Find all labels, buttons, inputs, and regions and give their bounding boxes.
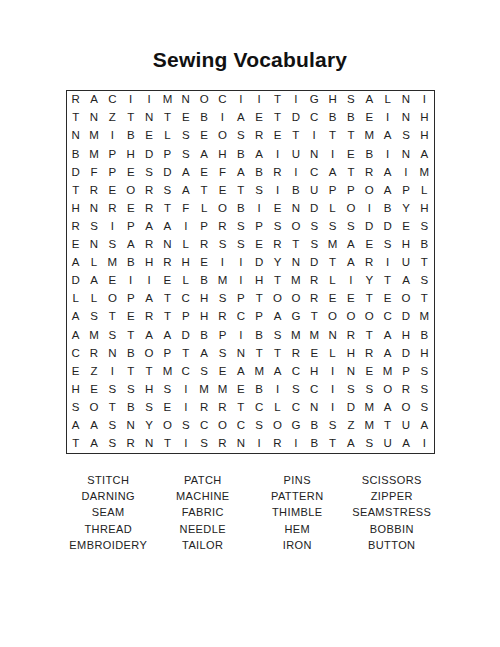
grid-cell-r5c4: E	[122, 163, 140, 181]
grid-cell-r6c5: R	[140, 182, 158, 200]
grid-cell-r19c4: N	[122, 417, 140, 435]
grid-cell-r1c16: S	[342, 91, 360, 109]
grid-cell-r10c2: L	[85, 254, 103, 272]
grid-cell-r1c19: N	[397, 91, 415, 109]
grid-cell-r8c10: S	[232, 218, 250, 236]
grid-cell-r14c3: S	[103, 326, 121, 344]
grid-cell-r18c8: R	[195, 399, 213, 417]
grid-cell-r13c20: M	[415, 308, 433, 326]
grid-cell-r9c1: E	[67, 236, 85, 254]
grid-cell-r1c7: N	[177, 91, 195, 109]
grid-cell-r18c5: S	[140, 399, 158, 417]
grid-cell-r18c16: D	[342, 399, 360, 417]
grid-cell-r19c7: S	[177, 417, 195, 435]
grid-cell-r16c1: E	[67, 363, 85, 381]
grid-cell-r6c14: U	[305, 182, 323, 200]
grid-cell-r17c5: H	[140, 381, 158, 399]
grid-cell-r3c14: I	[305, 127, 323, 145]
grid-cell-r2c14: C	[305, 109, 323, 127]
grid-cell-r14c19: H	[397, 326, 415, 344]
grid-cell-r9c4: A	[122, 236, 140, 254]
grid-cell-r10c13: N	[287, 254, 305, 272]
grid-cell-r15c10: N	[232, 344, 250, 362]
grid-cell-r2c8: B	[195, 109, 213, 127]
grid-cell-r12c4: P	[122, 290, 140, 308]
word-list-item-c3r3: THIMBLE	[250, 506, 345, 518]
grid-cell-r2c16: B	[342, 109, 360, 127]
grid-cell-r9c16: A	[342, 236, 360, 254]
grid-cell-r8c9: R	[213, 218, 231, 236]
grid-cell-r5c1: D	[67, 163, 85, 181]
grid-cell-r2c13: D	[287, 109, 305, 127]
grid-cell-r1c18: L	[378, 91, 396, 109]
grid-cell-r1c11: I	[250, 91, 268, 109]
grid-cell-r8c20: S	[415, 218, 433, 236]
grid-cell-r13c14: T	[305, 308, 323, 326]
grid-cell-r1c10: I	[232, 91, 250, 109]
grid-cell-r10c9: I	[213, 254, 231, 272]
grid-cell-r18c11: C	[250, 399, 268, 417]
word-list-item-c3r2: PATTERN	[250, 490, 345, 502]
grid-cell-r10c15: T	[323, 254, 341, 272]
grid-cell-r9c5: R	[140, 236, 158, 254]
grid-cell-r18c3: T	[103, 399, 121, 417]
grid-cell-r3c4: B	[122, 127, 140, 145]
grid-cell-r4c15: I	[323, 145, 341, 163]
grid-cell-r10c5: H	[140, 254, 158, 272]
grid-cell-r11c18: T	[378, 272, 396, 290]
grid-cell-r11c12: T	[268, 272, 286, 290]
word-search-grid: RACIIMNOCIITIGHSALNITNZTNTEBIAETDCBBEINH…	[66, 90, 435, 454]
grid-cell-r4c7: S	[177, 145, 195, 163]
grid-cell-r3c17: M	[360, 127, 378, 145]
grid-cell-r19c10: C	[232, 417, 250, 435]
grid-cell-r20c13: I	[287, 435, 305, 453]
grid-cell-r16c13: C	[287, 363, 305, 381]
grid-cell-r17c20: S	[415, 381, 433, 399]
grid-cell-r13c17: O	[360, 308, 378, 326]
grid-cell-r15c14: E	[305, 344, 323, 362]
grid-cell-r13c4: E	[122, 308, 140, 326]
grid-cell-r14c14: M	[305, 326, 323, 344]
grid-cell-r1c9: C	[213, 91, 231, 109]
grid-cell-r15c1: C	[67, 344, 85, 362]
grid-cell-r14c15: N	[323, 326, 341, 344]
grid-cell-r12c16: E	[342, 290, 360, 308]
grid-cell-r15c6: P	[158, 344, 176, 362]
grid-cell-r14c8: B	[195, 326, 213, 344]
grid-cell-r5c13: I	[287, 163, 305, 181]
grid-cell-r17c4: S	[122, 381, 140, 399]
grid-cell-r12c2: L	[85, 290, 103, 308]
grid-cell-r17c12: I	[268, 381, 286, 399]
grid-cell-r9c8: R	[195, 236, 213, 254]
grid-cell-r2c15: B	[323, 109, 341, 127]
grid-cell-r9c20: B	[415, 236, 433, 254]
grid-cell-r12c5: A	[140, 290, 158, 308]
word-list-item-c3r1: PINS	[250, 474, 345, 486]
grid-cell-r6c4: O	[122, 182, 140, 200]
grid-cell-r7c9: O	[213, 200, 231, 218]
grid-cell-r5c14: C	[305, 163, 323, 181]
grid-cell-r19c6: O	[158, 417, 176, 435]
grid-cell-r20c8: S	[195, 435, 213, 453]
word-list-item-c4r5: BUTTON	[345, 539, 440, 551]
puzzle-page: Sewing Vocabulary RACIIMNOCIITIGHSALNITN…	[0, 0, 500, 647]
grid-cell-r20c16: A	[342, 435, 360, 453]
grid-cell-r8c13: O	[287, 218, 305, 236]
grid-cell-r7c4: E	[122, 200, 140, 218]
grid-cell-r19c11: S	[250, 417, 268, 435]
grid-cell-r15c3: N	[103, 344, 121, 362]
grid-cell-r14c4: T	[122, 326, 140, 344]
word-list-item-c1r5: EMBROIDERY	[61, 539, 156, 551]
grid-cell-r9c7: L	[177, 236, 195, 254]
grid-cell-r8c8: P	[195, 218, 213, 236]
grid-cell-r13c18: C	[378, 308, 396, 326]
grid-cell-r6c12: I	[268, 182, 286, 200]
grid-cell-r2c20: H	[415, 109, 433, 127]
grid-cell-r11c10: I	[232, 272, 250, 290]
grid-cell-r4c9: H	[213, 145, 231, 163]
grid-cell-r11c4: I	[122, 272, 140, 290]
grid-cell-r2c2: N	[85, 109, 103, 127]
grid-cell-r7c16: O	[342, 200, 360, 218]
grid-cell-r1c2: A	[85, 91, 103, 109]
grid-cell-r13c2: S	[85, 308, 103, 326]
grid-cell-r20c1: T	[67, 435, 85, 453]
grid-cell-r19c9: O	[213, 417, 231, 435]
grid-cell-r12c10: P	[232, 290, 250, 308]
grid-cell-r6c20: L	[415, 182, 433, 200]
grid-cell-r9c17: E	[360, 236, 378, 254]
grid-cell-r14c1: A	[67, 326, 85, 344]
grid-cell-r16c4: T	[122, 363, 140, 381]
grid-cell-r9c14: S	[305, 236, 323, 254]
grid-cell-r7c3: R	[103, 200, 121, 218]
grid-cell-r14c13: M	[287, 326, 305, 344]
grid-cell-r12c9: S	[213, 290, 231, 308]
grid-cell-r14c9: P	[213, 326, 231, 344]
grid-cell-r17c13: S	[287, 381, 305, 399]
grid-cell-r17c14: C	[305, 381, 323, 399]
grid-cell-r5c17: R	[360, 163, 378, 181]
grid-cell-r7c7: F	[177, 200, 195, 218]
grid-cell-r11c20: S	[415, 272, 433, 290]
grid-cell-r8c16: S	[342, 218, 360, 236]
grid-cell-r5c15: A	[323, 163, 341, 181]
grid-cell-r18c12: L	[268, 399, 286, 417]
grid-cell-r20c15: T	[323, 435, 341, 453]
grid-cell-r10c18: I	[378, 254, 396, 272]
word-list-item-c1r4: THREAD	[61, 523, 156, 535]
grid-cell-r4c17: B	[360, 145, 378, 163]
grid-cell-r8c4: P	[122, 218, 140, 236]
word-list-item-c1r3: SEAM	[61, 506, 156, 518]
grid-cell-r19c3: S	[103, 417, 121, 435]
grid-cell-r14c10: I	[232, 326, 250, 344]
grid-cell-r17c1: H	[67, 381, 85, 399]
grid-cell-r8c7: I	[177, 218, 195, 236]
grid-cell-r9c12: R	[268, 236, 286, 254]
grid-cell-r17c3: S	[103, 381, 121, 399]
grid-cell-r4c11: A	[250, 145, 268, 163]
grid-cell-r3c9: O	[213, 127, 231, 145]
grid-cell-r1c15: H	[323, 91, 341, 109]
grid-cell-r13c9: R	[213, 308, 231, 326]
grid-cell-r5c11: B	[250, 163, 268, 181]
grid-cell-r8c1: R	[67, 218, 85, 236]
grid-cell-r15c12: T	[268, 344, 286, 362]
grid-cell-r3c18: A	[378, 127, 396, 145]
grid-cell-r6c18: A	[378, 182, 396, 200]
word-list-item-c2r5: TAILOR	[156, 539, 251, 551]
grid-cell-r16c9: E	[213, 363, 231, 381]
word-list-item-c1r1: STITCH	[61, 474, 156, 486]
grid-cell-r5c10: A	[232, 163, 250, 181]
grid-cell-r16c19: P	[397, 363, 415, 381]
grid-cell-r7c14: D	[305, 200, 323, 218]
grid-cell-r12c1: L	[67, 290, 85, 308]
grid-cell-r7c1: H	[67, 200, 85, 218]
grid-cell-r17c2: E	[85, 381, 103, 399]
grid-cell-r2c7: E	[177, 109, 195, 127]
grid-cell-r19c12: O	[268, 417, 286, 435]
grid-cell-r6c8: T	[195, 182, 213, 200]
grid-cell-r1c1: R	[67, 91, 85, 109]
grid-cell-r6c9: E	[213, 182, 231, 200]
word-list-item-c2r4: NEEDLE	[156, 523, 251, 535]
grid-cell-r15c5: O	[140, 344, 158, 362]
grid-cell-r8c12: S	[268, 218, 286, 236]
grid-cell-r10c1: A	[67, 254, 85, 272]
grid-cell-r3c6: L	[158, 127, 176, 145]
grid-cell-r20c17: S	[360, 435, 378, 453]
grid-cell-r10c3: M	[103, 254, 121, 272]
grid-cell-r15c13: R	[287, 344, 305, 362]
grid-cell-r12c11: T	[250, 290, 268, 308]
grid-cell-r16c5: T	[140, 363, 158, 381]
grid-cell-r1c20: I	[415, 91, 433, 109]
grid-cell-r9c9: S	[213, 236, 231, 254]
grid-cell-r20c5: N	[140, 435, 158, 453]
grid-cell-r3c19: S	[397, 127, 415, 145]
grid-cell-r18c18: A	[378, 399, 396, 417]
word-list-item-c2r2: MACHINE	[156, 490, 251, 502]
grid-cell-r15c16: H	[342, 344, 360, 362]
grid-cell-r3c1: N	[67, 127, 85, 145]
grid-cell-r16c18: M	[378, 363, 396, 381]
grid-cell-r11c3: E	[103, 272, 121, 290]
grid-cell-r10c11: D	[250, 254, 268, 272]
grid-cell-r4c18: I	[378, 145, 396, 163]
grid-cell-r19c14: B	[305, 417, 323, 435]
grid-cell-r16c10: A	[232, 363, 250, 381]
grid-cell-r4c5: D	[140, 145, 158, 163]
grid-cell-r16c8: S	[195, 363, 213, 381]
grid-cell-r7c15: L	[323, 200, 341, 218]
grid-cell-r9c11: E	[250, 236, 268, 254]
grid-cell-r9c3: S	[103, 236, 121, 254]
grid-cell-r19c5: Y	[140, 417, 158, 435]
grid-cell-r18c10: T	[232, 399, 250, 417]
word-list-item-c3r4: HEM	[250, 523, 345, 535]
grid-cell-r1c8: O	[195, 91, 213, 109]
grid-cell-r15c9: S	[213, 344, 231, 362]
grid-cell-r18c14: N	[305, 399, 323, 417]
grid-cell-r13c1: A	[67, 308, 85, 326]
grid-cell-r8c18: D	[378, 218, 396, 236]
grid-cell-r7c13: N	[287, 200, 305, 218]
grid-cell-r14c2: M	[85, 326, 103, 344]
grid-cell-r5c7: A	[177, 163, 195, 181]
grid-cell-r13c11: P	[250, 308, 268, 326]
grid-cell-r17c6: S	[158, 381, 176, 399]
grid-cell-r10c6: R	[158, 254, 176, 272]
grid-cell-r6c11: S	[250, 182, 268, 200]
grid-cell-r2c9: I	[213, 109, 231, 127]
grid-cell-r1c13: I	[287, 91, 305, 109]
grid-cell-r19c20: A	[415, 417, 433, 435]
grid-cell-r19c1: A	[67, 417, 85, 435]
grid-cell-r17c7: I	[177, 381, 195, 399]
grid-cell-r17c9: M	[213, 381, 231, 399]
grid-cell-r14c7: D	[177, 326, 195, 344]
grid-cell-r6c10: T	[232, 182, 250, 200]
grid-cell-r13c13: G	[287, 308, 305, 326]
grid-cell-r12c8: H	[195, 290, 213, 308]
grid-cell-r15c4: B	[122, 344, 140, 362]
grid-cell-r12c6: T	[158, 290, 176, 308]
grid-cell-r11c7: L	[177, 272, 195, 290]
grid-cell-r3c13: T	[287, 127, 305, 145]
grid-cell-r19c2: A	[85, 417, 103, 435]
grid-cell-r17c17: S	[360, 381, 378, 399]
grid-cell-r4c20: A	[415, 145, 433, 163]
grid-cell-r13c5: R	[140, 308, 158, 326]
grid-cell-r2c12: T	[268, 109, 286, 127]
grid-cell-r16c11: M	[250, 363, 268, 381]
grid-cell-r18c2: O	[85, 399, 103, 417]
grid-cell-r2c3: Z	[103, 109, 121, 127]
grid-cell-r17c16: S	[342, 381, 360, 399]
grid-cell-r18c20: S	[415, 399, 433, 417]
word-list-item-c4r2: ZIPPER	[345, 490, 440, 502]
grid-cell-r13c15: O	[323, 308, 341, 326]
grid-cell-r14c12: S	[268, 326, 286, 344]
grid-cell-r18c15: I	[323, 399, 341, 417]
grid-cell-r7c5: R	[140, 200, 158, 218]
grid-cell-r6c3: E	[103, 182, 121, 200]
word-list-item-c3r5: IRON	[250, 539, 345, 551]
grid-cell-r11c16: I	[342, 272, 360, 290]
grid-cell-r2c11: E	[250, 109, 268, 127]
grid-cell-r2c10: A	[232, 109, 250, 127]
grid-cell-r3c15: T	[323, 127, 341, 145]
grid-cell-r20c14: B	[305, 435, 323, 453]
grid-cell-r1c6: M	[158, 91, 176, 109]
grid-cell-r9c18: S	[378, 236, 396, 254]
grid-cell-r15c19: D	[397, 344, 415, 362]
grid-cell-r1c3: C	[103, 91, 121, 109]
grid-cell-r4c13: U	[287, 145, 305, 163]
grid-cell-r15c2: R	[85, 344, 103, 362]
grid-cell-r19c8: C	[195, 417, 213, 435]
grid-cell-r7c6: T	[158, 200, 176, 218]
grid-cell-r17c10: E	[232, 381, 250, 399]
grid-cell-r9c15: M	[323, 236, 341, 254]
grid-cell-r10c14: D	[305, 254, 323, 272]
grid-cell-r14c17: T	[360, 326, 378, 344]
grid-cell-r2c18: I	[378, 109, 396, 127]
word-list-item-c1r2: DARNING	[61, 490, 156, 502]
grid-cell-r8c15: S	[323, 218, 341, 236]
grid-cell-r16c12: A	[268, 363, 286, 381]
grid-cell-r4c2: M	[85, 145, 103, 163]
grid-cell-r3c3: I	[103, 127, 121, 145]
word-list-item-c2r1: PATCH	[156, 474, 251, 486]
grid-cell-r7c17: I	[360, 200, 378, 218]
grid-cell-r16c2: Z	[85, 363, 103, 381]
grid-cell-r8c2: S	[85, 218, 103, 236]
word-list-item-c4r3: SEAMSTRESS	[345, 506, 440, 518]
grid-cell-r2c17: E	[360, 109, 378, 127]
grid-cell-r18c6: E	[158, 399, 176, 417]
grid-cell-r20c18: U	[378, 435, 396, 453]
grid-cell-r4c6: P	[158, 145, 176, 163]
grid-cell-r20c3: S	[103, 435, 121, 453]
grid-cell-r5c5: S	[140, 163, 158, 181]
grid-cell-r16c6: M	[158, 363, 176, 381]
grid-cell-r12c19: O	[397, 290, 415, 308]
grid-cell-r16c3: I	[103, 363, 121, 381]
grid-cell-r5c12: R	[268, 163, 286, 181]
grid-cell-r14c11: B	[250, 326, 268, 344]
grid-cell-r5c16: T	[342, 163, 360, 181]
grid-cell-r11c2: A	[85, 272, 103, 290]
grid-cell-r6c17: O	[360, 182, 378, 200]
grid-cell-r6c6: S	[158, 182, 176, 200]
grid-cell-r10c4: B	[122, 254, 140, 272]
grid-cell-r3c20: H	[415, 127, 433, 145]
grid-cell-r6c7: A	[177, 182, 195, 200]
grid-cell-r16c17: E	[360, 363, 378, 381]
word-list-item-c4r4: BOBBIN	[345, 523, 440, 535]
grid-cell-r15c11: T	[250, 344, 268, 362]
grid-cell-r3c5: E	[140, 127, 158, 145]
grid-cell-r1c17: A	[360, 91, 378, 109]
grid-cell-r5c19: I	[397, 163, 415, 181]
grid-cell-r13c3: T	[103, 308, 121, 326]
grid-cell-r13c8: H	[195, 308, 213, 326]
grid-cell-r20c7: I	[177, 435, 195, 453]
grid-cell-r20c12: R	[268, 435, 286, 453]
grid-cell-r20c11: I	[250, 435, 268, 453]
grid-cell-r7c2: N	[85, 200, 103, 218]
grid-cell-r2c19: N	[397, 109, 415, 127]
grid-cell-r19c18: T	[378, 417, 396, 435]
grid-cell-r13c16: O	[342, 308, 360, 326]
grid-cell-r8c3: I	[103, 218, 121, 236]
grid-cell-r4c10: B	[232, 145, 250, 163]
grid-cell-r20c10: N	[232, 435, 250, 453]
grid-cell-r6c1: T	[67, 182, 85, 200]
grid-cell-r3c7: S	[177, 127, 195, 145]
grid-cell-r13c19: D	[397, 308, 415, 326]
word-list: STITCHDARNINGSEAMTHREADEMBROIDERYPATCHMA…	[61, 472, 439, 553]
grid-cell-r11c6: E	[158, 272, 176, 290]
grid-cell-r12c12: O	[268, 290, 286, 308]
